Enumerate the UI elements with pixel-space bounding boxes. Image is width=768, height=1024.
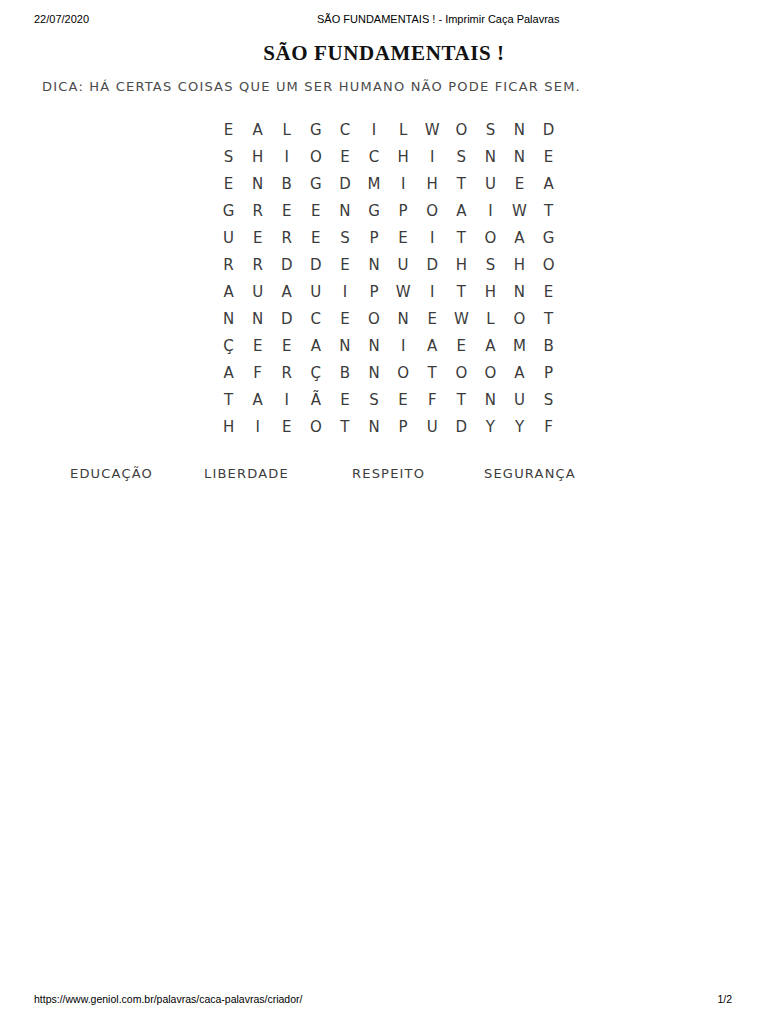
grid-cell: U <box>214 224 243 251</box>
grid-cell: M <box>359 170 388 197</box>
grid-cell: S <box>447 143 476 170</box>
grid-cell: U <box>505 386 534 413</box>
grid-cell: H <box>389 143 418 170</box>
grid-cell: E <box>214 170 243 197</box>
grid-cell: F <box>243 359 272 386</box>
grid-cell: P <box>359 224 388 251</box>
grid-cell: E <box>505 170 534 197</box>
grid-cell: D <box>330 170 359 197</box>
grid-cell: R <box>272 224 301 251</box>
grid-cell: E <box>243 224 272 251</box>
grid-cell: P <box>389 414 418 441</box>
grid-cell: D <box>418 251 447 278</box>
grid-cell: Ç <box>214 332 243 359</box>
grid-cell: P <box>359 278 388 305</box>
grid-cell: Ã <box>301 386 330 413</box>
grid-cell: E <box>243 332 272 359</box>
grid-cell: H <box>476 278 505 305</box>
grid-cell: E <box>272 414 301 441</box>
grid-cell: B <box>534 332 563 359</box>
grid-cell: I <box>359 116 388 143</box>
grid-cell: E <box>214 116 243 143</box>
print-footer-url: https://www.geniol.com.br/palavras/caca-… <box>34 993 302 1005</box>
print-footer-page-number: 1/2 <box>717 993 732 1005</box>
grid-cell: N <box>359 359 388 386</box>
grid-cell: N <box>330 332 359 359</box>
grid-cell: D <box>534 116 563 143</box>
grid-cell: E <box>389 224 418 251</box>
grid-cell: D <box>301 251 330 278</box>
grid-cell: E <box>389 386 418 413</box>
grid-cell: S <box>214 143 243 170</box>
grid-cell: I <box>476 197 505 224</box>
grid-cell: E <box>272 197 301 224</box>
grid-cell: I <box>272 143 301 170</box>
grid-cell: T <box>418 359 447 386</box>
grid-cell: D <box>447 414 476 441</box>
grid-cell: E <box>330 251 359 278</box>
grid-cell: E <box>534 278 563 305</box>
grid-cell: N <box>389 305 418 332</box>
grid-cell: N <box>505 278 534 305</box>
word-search-grid: EALGCILWOSNDSHIOECHISNNEENBGDMIHTUEAGREE… <box>214 116 563 441</box>
grid-cell: N <box>505 143 534 170</box>
grid-cell: T <box>447 224 476 251</box>
grid-cell: N <box>243 305 272 332</box>
grid-cell: H <box>505 251 534 278</box>
grid-cell: A <box>447 197 476 224</box>
grid-cell: R <box>214 251 243 278</box>
grid-cell: N <box>359 251 388 278</box>
grid-cell: N <box>505 116 534 143</box>
grid-cell: T <box>447 278 476 305</box>
word-list-item: RESPEITO <box>352 466 425 481</box>
word-list-item: LIBERDADE <box>204 466 289 481</box>
grid-cell: T <box>534 197 563 224</box>
grid-cell: N <box>359 414 388 441</box>
grid-cell: Y <box>476 414 505 441</box>
grid-cell: U <box>476 170 505 197</box>
grid-cell: E <box>447 332 476 359</box>
puzzle-title: SÃO FUNDAMENTAIS ! <box>0 41 768 66</box>
grid-cell: R <box>243 197 272 224</box>
grid-cell: S <box>330 224 359 251</box>
grid-cell: G <box>359 197 388 224</box>
grid-cell: C <box>330 116 359 143</box>
grid-cell: C <box>301 305 330 332</box>
grid-cell: A <box>301 332 330 359</box>
grid-cell: S <box>476 251 505 278</box>
grid-cell: G <box>301 170 330 197</box>
grid-cell: O <box>534 251 563 278</box>
grid-cell: I <box>243 414 272 441</box>
grid-cell: H <box>243 143 272 170</box>
grid-cell: G <box>534 224 563 251</box>
grid-cell: C <box>359 143 388 170</box>
grid-cell: W <box>447 305 476 332</box>
print-header-date: 22/07/2020 <box>34 13 89 25</box>
grid-cell: A <box>214 278 243 305</box>
grid-cell: L <box>476 305 505 332</box>
grid-cell: O <box>301 414 330 441</box>
grid-cell: T <box>447 170 476 197</box>
print-header-title: SÃO FUNDAMENTAIS ! - Imprimir Caça Palav… <box>317 13 559 25</box>
grid-cell: I <box>272 386 301 413</box>
grid-cell: T <box>214 386 243 413</box>
grid-cell: N <box>476 143 505 170</box>
grid-cell: L <box>389 116 418 143</box>
grid-cell: L <box>272 116 301 143</box>
grid-cell: I <box>389 332 418 359</box>
grid-cell: A <box>505 224 534 251</box>
grid-cell: F <box>534 414 563 441</box>
print-page: 22/07/2020 SÃO FUNDAMENTAIS ! - Imprimir… <box>0 0 768 1024</box>
word-list-item: EDUCAÇÃO <box>70 466 153 481</box>
word-list-item: SEGURANÇA <box>484 466 576 481</box>
grid-cell: I <box>389 170 418 197</box>
grid-cell: O <box>447 359 476 386</box>
grid-cell: A <box>534 170 563 197</box>
grid-cell: P <box>534 359 563 386</box>
grid-cell: O <box>476 359 505 386</box>
grid-cell: E <box>330 143 359 170</box>
grid-cell: A <box>418 332 447 359</box>
grid-cell: A <box>505 359 534 386</box>
grid-cell: U <box>418 414 447 441</box>
grid-cell: S <box>476 116 505 143</box>
grid-cell: T <box>534 305 563 332</box>
grid-cell: A <box>476 332 505 359</box>
grid-cell: I <box>418 143 447 170</box>
grid-cell: U <box>243 278 272 305</box>
grid-cell: E <box>301 197 330 224</box>
grid-cell: E <box>330 305 359 332</box>
grid-cell: I <box>330 278 359 305</box>
grid-cell: T <box>330 414 359 441</box>
grid-cell: W <box>389 278 418 305</box>
grid-cell: E <box>272 332 301 359</box>
grid-cell: U <box>301 278 330 305</box>
grid-cell: S <box>359 386 388 413</box>
grid-cell: E <box>534 143 563 170</box>
grid-cell: M <box>505 332 534 359</box>
grid-cell: B <box>272 170 301 197</box>
grid-cell: A <box>272 278 301 305</box>
grid-cell: A <box>214 359 243 386</box>
grid-cell: R <box>243 251 272 278</box>
grid-cell: A <box>243 386 272 413</box>
grid-cell: I <box>418 224 447 251</box>
grid-cell: N <box>359 332 388 359</box>
grid-cell: S <box>534 386 563 413</box>
grid-cell: Y <box>505 414 534 441</box>
grid-cell: H <box>447 251 476 278</box>
grid-cell: O <box>505 305 534 332</box>
grid-cell: O <box>359 305 388 332</box>
grid-cell: T <box>447 386 476 413</box>
puzzle-hint: DICA: HÁ CERTAS COISAS QUE UM SER HUMANO… <box>42 79 581 94</box>
grid-cell: D <box>272 251 301 278</box>
grid-cell: N <box>330 197 359 224</box>
grid-cell: D <box>272 305 301 332</box>
grid-cell: B <box>330 359 359 386</box>
grid-cell: N <box>243 170 272 197</box>
grid-cell: O <box>301 143 330 170</box>
grid-cell: E <box>418 305 447 332</box>
grid-cell: E <box>330 386 359 413</box>
grid-cell: N <box>214 305 243 332</box>
grid-cell: W <box>418 116 447 143</box>
grid-cell: W <box>505 197 534 224</box>
grid-cell: G <box>214 197 243 224</box>
grid-cell: I <box>418 278 447 305</box>
grid-cell: H <box>418 170 447 197</box>
grid-cell: F <box>418 386 447 413</box>
grid-cell: P <box>389 197 418 224</box>
grid-cell: O <box>476 224 505 251</box>
grid-cell: A <box>243 116 272 143</box>
grid-cell: N <box>476 386 505 413</box>
grid-cell: R <box>272 359 301 386</box>
grid-cell: O <box>447 116 476 143</box>
grid-cell: O <box>418 197 447 224</box>
grid-cell: E <box>301 224 330 251</box>
grid-cell: H <box>214 414 243 441</box>
grid-cell: Ç <box>301 359 330 386</box>
grid-cell: U <box>389 251 418 278</box>
grid-cell: O <box>389 359 418 386</box>
grid-cell: G <box>301 116 330 143</box>
